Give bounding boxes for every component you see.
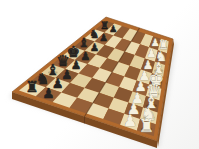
black-pawn[interactable]: ♟: [99, 32, 108, 43]
black-rook[interactable]: ♜: [100, 20, 109, 31]
black-pawn[interactable]: ♟: [90, 41, 99, 53]
white-rook[interactable]: ♜: [138, 115, 154, 136]
chess-set-photo: ♜♟♟♜♞♟♟♞♝♟♟♝♚♟♟♚♛♟♟♛♝♟♟♝♞♟♟♞♜♟♟♜: [0, 0, 199, 149]
white-pawn[interactable]: ♟: [123, 111, 137, 130]
black-pawn[interactable]: ♟: [80, 50, 90, 63]
black-pawn[interactable]: ♟: [109, 23, 117, 34]
black-pawn[interactable]: ♟: [42, 85, 54, 101]
chess-board: ♜♟♟♜♞♟♟♞♝♟♟♝♚♟♟♚♛♟♟♛♝♟♟♝♞♟♟♞♜♟♟♜: [0, 0, 199, 149]
black-rook[interactable]: ♜: [25, 78, 38, 96]
black-knight[interactable]: ♞: [89, 28, 99, 41]
